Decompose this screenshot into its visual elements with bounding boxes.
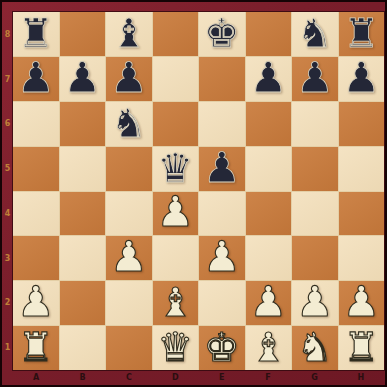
square-b4[interactable] (60, 192, 106, 236)
black-pawn[interactable]: ♟ (203, 147, 241, 189)
rank-label-6: 6 (2, 102, 13, 147)
file-labels: ABCDEFGH (13, 370, 384, 385)
white-knight[interactable]: ♞ (297, 327, 333, 367)
square-e8[interactable]: ♚ (199, 12, 245, 56)
black-pawn[interactable]: ♟ (249, 57, 287, 99)
square-a1[interactable]: ♜ (13, 326, 59, 370)
square-h3[interactable] (339, 236, 385, 280)
square-g8[interactable]: ♞ (292, 12, 338, 56)
square-g1[interactable]: ♞ (292, 326, 338, 370)
square-c3[interactable]: ♟ (106, 236, 152, 280)
white-pawn[interactable]: ♟ (296, 281, 334, 323)
black-knight[interactable]: ♞ (297, 13, 333, 53)
square-f3[interactable] (246, 236, 292, 280)
square-c6[interactable]: ♞ (106, 102, 152, 146)
square-d1[interactable]: ♛ (153, 326, 199, 370)
square-f7[interactable]: ♟ (246, 57, 292, 101)
square-f1[interactable]: ♝ (246, 326, 292, 370)
white-rook[interactable]: ♜ (18, 327, 54, 367)
white-pawn[interactable]: ♟ (203, 236, 241, 278)
square-a4[interactable] (13, 192, 59, 236)
rank-label-4: 4 (2, 191, 13, 236)
square-h1[interactable]: ♜ (339, 326, 385, 370)
square-f2[interactable]: ♟ (246, 281, 292, 325)
square-e6[interactable] (199, 102, 245, 146)
square-g5[interactable] (292, 147, 338, 191)
chess-board[interactable]: ♜♝♚♞♜♟♟♟♟♟♟♞♛♟♟♟♟♟♝♟♟♟♜♛♚♝♞♜ (13, 12, 384, 370)
rank-label-1: 1 (2, 325, 13, 370)
square-f6[interactable] (246, 102, 292, 146)
square-a8[interactable]: ♜ (13, 12, 59, 56)
square-h4[interactable] (339, 192, 385, 236)
square-h7[interactable]: ♟ (339, 57, 385, 101)
file-label-e: E (199, 370, 245, 385)
square-f8[interactable] (246, 12, 292, 56)
square-e1[interactable]: ♚ (199, 326, 245, 370)
black-rook[interactable]: ♜ (18, 13, 54, 53)
chess-board-frame: 87654321 ♜♝♚♞♜♟♟♟♟♟♟♞♛♟♟♟♟♟♝♟♟♟♜♛♚♝♞♜ AB… (0, 0, 387, 387)
white-pawn[interactable]: ♟ (156, 191, 194, 233)
rank-label-5: 5 (2, 146, 13, 191)
square-d5[interactable]: ♛ (153, 147, 199, 191)
file-label-h: H (338, 370, 384, 385)
square-g3[interactable] (292, 236, 338, 280)
black-rook[interactable]: ♜ (343, 13, 379, 53)
square-f5[interactable] (246, 147, 292, 191)
file-label-b: B (59, 370, 105, 385)
square-c8[interactable]: ♝ (106, 12, 152, 56)
square-c2[interactable] (106, 281, 152, 325)
file-label-c: C (106, 370, 152, 385)
square-a2[interactable]: ♟ (13, 281, 59, 325)
file-label-g: G (291, 370, 337, 385)
square-a5[interactable] (13, 147, 59, 191)
rank-label-7: 7 (2, 57, 13, 102)
square-h5[interactable] (339, 147, 385, 191)
white-pawn[interactable]: ♟ (249, 281, 287, 323)
white-king[interactable]: ♚ (204, 327, 240, 367)
square-g7[interactable]: ♟ (292, 57, 338, 101)
square-c1[interactable] (106, 326, 152, 370)
square-g4[interactable] (292, 192, 338, 236)
white-pawn[interactable]: ♟ (342, 281, 380, 323)
square-e4[interactable] (199, 192, 245, 236)
square-g6[interactable] (292, 102, 338, 146)
white-pawn[interactable]: ♟ (17, 281, 55, 323)
rank-label-3: 3 (2, 236, 13, 281)
square-b8[interactable] (60, 12, 106, 56)
black-pawn[interactable]: ♟ (110, 57, 148, 99)
square-e3[interactable]: ♟ (199, 236, 245, 280)
square-h2[interactable]: ♟ (339, 281, 385, 325)
black-king[interactable]: ♚ (204, 13, 240, 53)
black-bishop[interactable]: ♝ (111, 13, 147, 53)
black-pawn[interactable]: ♟ (17, 57, 55, 99)
square-b7[interactable]: ♟ (60, 57, 106, 101)
black-queen[interactable]: ♛ (157, 148, 193, 188)
square-a7[interactable]: ♟ (13, 57, 59, 101)
square-e2[interactable] (199, 281, 245, 325)
square-g2[interactable]: ♟ (292, 281, 338, 325)
file-label-a: A (13, 370, 59, 385)
rank-label-8: 8 (2, 12, 13, 57)
square-b3[interactable] (60, 236, 106, 280)
square-h8[interactable]: ♜ (339, 12, 385, 56)
file-label-f: F (245, 370, 291, 385)
white-rook[interactable]: ♜ (343, 327, 379, 367)
square-a6[interactable] (13, 102, 59, 146)
square-c5[interactable] (106, 147, 152, 191)
square-d8[interactable] (153, 12, 199, 56)
square-b6[interactable] (60, 102, 106, 146)
black-pawn[interactable]: ♟ (342, 57, 380, 99)
square-e7[interactable] (199, 57, 245, 101)
square-d4[interactable]: ♟ (153, 192, 199, 236)
square-b1[interactable] (60, 326, 106, 370)
square-d2[interactable]: ♝ (153, 281, 199, 325)
square-a3[interactable] (13, 236, 59, 280)
white-bishop[interactable]: ♝ (250, 327, 286, 367)
white-queen[interactable]: ♛ (157, 327, 193, 367)
square-d7[interactable] (153, 57, 199, 101)
square-c4[interactable] (106, 192, 152, 236)
black-knight[interactable]: ♞ (111, 103, 147, 143)
square-c7[interactable]: ♟ (106, 57, 152, 101)
square-b5[interactable] (60, 147, 106, 191)
white-pawn[interactable]: ♟ (110, 236, 148, 278)
rank-label-2: 2 (2, 281, 13, 326)
square-e5[interactable]: ♟ (199, 147, 245, 191)
square-d6[interactable] (153, 102, 199, 146)
square-f4[interactable] (246, 192, 292, 236)
black-pawn[interactable]: ♟ (63, 57, 101, 99)
black-pawn[interactable]: ♟ (296, 57, 334, 99)
square-d3[interactable] (153, 236, 199, 280)
white-bishop[interactable]: ♝ (157, 282, 193, 322)
square-h6[interactable] (339, 102, 385, 146)
file-label-d: D (152, 370, 198, 385)
rank-labels: 87654321 (2, 12, 13, 370)
square-b2[interactable] (60, 281, 106, 325)
